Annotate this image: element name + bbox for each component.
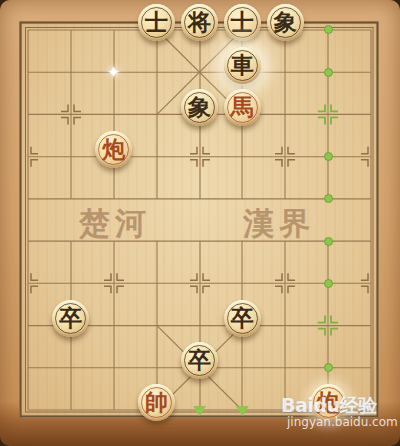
app-frame: 楚河 漢界 ✦ 士将士象車象馬炮卒卒卒帥炮 Baidu经验 jingyan.ba… bbox=[0, 0, 400, 446]
piece-black-advisor[interactable]: 士 bbox=[138, 4, 175, 41]
piece-glyph: 士 bbox=[145, 10, 168, 33]
piece-black-elephant[interactable]: 象 bbox=[181, 89, 218, 126]
piece-glyph: 卒 bbox=[231, 306, 254, 329]
piece-black-soldier[interactable]: 卒 bbox=[181, 342, 218, 379]
piece-glyph: 将 bbox=[188, 10, 211, 33]
piece-glyph: 卒 bbox=[188, 348, 211, 371]
piece-glyph: 炮 bbox=[317, 390, 340, 413]
piece-red-cannon[interactable]: 炮 bbox=[95, 131, 132, 168]
piece-glyph: 炮 bbox=[102, 137, 125, 160]
piece-black-advisor[interactable]: 士 bbox=[224, 4, 261, 41]
piece-glyph: 卒 bbox=[59, 306, 82, 329]
piece-glyph: 象 bbox=[274, 10, 297, 33]
piece-glyph: 士 bbox=[231, 10, 254, 33]
piece-red-cannon[interactable]: 炮 bbox=[310, 384, 347, 421]
piece-black-chariot[interactable]: 車 bbox=[224, 47, 261, 84]
piece-glyph: 象 bbox=[188, 95, 211, 118]
board-grid[interactable]: 士将士象車象馬炮卒卒卒帥炮 bbox=[7, 2, 393, 424]
piece-black-soldier[interactable]: 卒 bbox=[224, 300, 261, 337]
piece-black-soldier[interactable]: 卒 bbox=[52, 300, 89, 337]
piece-black-general[interactable]: 将 bbox=[181, 4, 218, 41]
piece-glyph: 馬 bbox=[231, 95, 254, 118]
piece-black-elephant[interactable]: 象 bbox=[267, 4, 304, 41]
piece-glyph: 車 bbox=[231, 53, 254, 76]
piece-red-general[interactable]: 帥 bbox=[138, 384, 175, 421]
piece-red-horse[interactable]: 馬 bbox=[224, 89, 261, 126]
piece-glyph: 帥 bbox=[145, 390, 168, 413]
